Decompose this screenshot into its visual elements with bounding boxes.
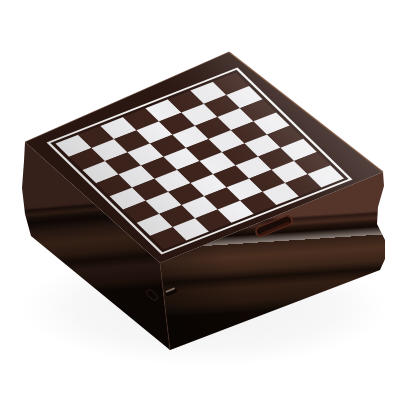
chess-box-photo [0,0,400,400]
